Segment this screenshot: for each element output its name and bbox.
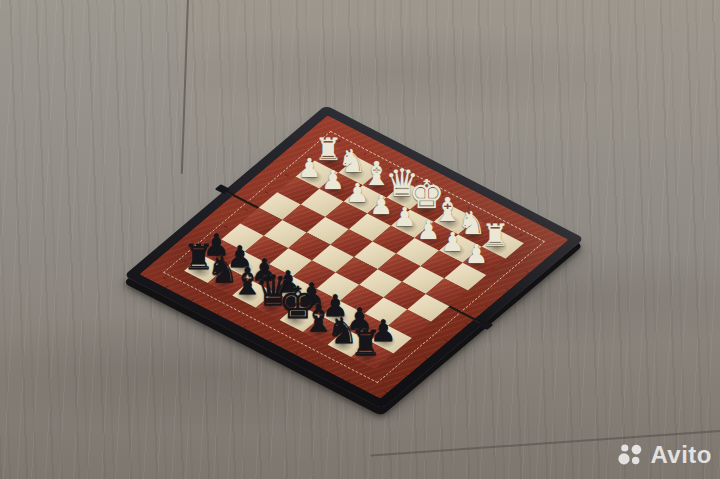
avito-watermark: Avito — [617, 441, 712, 469]
avito-logo-icon — [617, 441, 645, 469]
piece-shadow — [185, 260, 216, 280]
floor-plank — [186, 0, 720, 150]
piece-black-rook: ♜ — [183, 240, 213, 275]
piece-white-rook: ♜ — [313, 134, 343, 165]
avito-watermark-text: Avito — [650, 441, 712, 469]
scene-photo: ♜♞♝♛♚♝♞♜♟♟♟♟♟♟♟♟♟♟♟♟♟♟♟♟♜♞♝♛♚♝♞♜ Avito — [0, 0, 720, 479]
